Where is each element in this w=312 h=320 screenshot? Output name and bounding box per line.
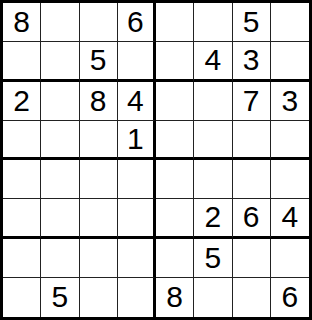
cell-r5c8[interactable] [271,160,309,199]
cell-r4c3[interactable] [80,121,118,160]
cell-r3c1[interactable]: 2 [3,82,41,121]
cell-r4c7[interactable] [233,121,271,160]
cell-r4c4[interactable]: 1 [118,121,156,160]
cell-r2c3[interactable]: 5 [80,42,118,81]
cell-r6c8[interactable]: 4 [271,199,309,238]
cell-r2c1[interactable] [3,42,41,81]
cell-r5c1[interactable] [3,160,41,199]
cell-r2c8[interactable] [271,42,309,81]
cell-r3c8[interactable]: 3 [271,82,309,121]
cell-r5c3[interactable] [80,160,118,199]
cell-r6c4[interactable] [118,199,156,238]
cell-r3c7[interactable]: 7 [233,82,271,121]
cell-r8c6[interactable] [194,278,232,317]
cell-r1c4[interactable]: 6 [118,3,156,42]
cell-r6c6[interactable]: 2 [194,199,232,238]
cell-r8c2[interactable]: 5 [41,278,79,317]
cell-r3c3[interactable]: 8 [80,82,118,121]
cell-r1c5[interactable] [156,3,194,42]
cell-r8c3[interactable] [80,278,118,317]
cell-r7c4[interactable] [118,239,156,278]
cell-r4c1[interactable] [3,121,41,160]
cell-r8c8[interactable]: 6 [271,278,309,317]
cell-r8c7[interactable] [233,278,271,317]
cell-r1c2[interactable] [41,3,79,42]
cell-r1c7[interactable]: 5 [233,3,271,42]
cell-r5c4[interactable] [118,160,156,199]
cell-r6c1[interactable] [3,199,41,238]
cell-r5c5[interactable] [156,160,194,199]
cell-r5c6[interactable] [194,160,232,199]
cell-r6c3[interactable] [80,199,118,238]
cell-r6c2[interactable] [41,199,79,238]
cell-r4c2[interactable] [41,121,79,160]
cell-r7c7[interactable] [233,239,271,278]
cell-r4c6[interactable] [194,121,232,160]
cell-r4c5[interactable] [156,121,194,160]
cell-r1c1[interactable]: 8 [3,3,41,42]
cell-r2c5[interactable] [156,42,194,81]
cell-r7c8[interactable] [271,239,309,278]
cell-r3c2[interactable] [41,82,79,121]
cell-r1c3[interactable] [80,3,118,42]
cell-r2c6[interactable]: 4 [194,42,232,81]
cell-r8c5[interactable]: 8 [156,278,194,317]
cell-r7c3[interactable] [80,239,118,278]
cell-r7c2[interactable] [41,239,79,278]
cell-r3c4[interactable]: 4 [118,82,156,121]
sudoku-board: 8655432847312645586 [0,0,312,320]
cell-r5c7[interactable] [233,160,271,199]
cell-r4c8[interactable] [271,121,309,160]
cell-r2c7[interactable]: 3 [233,42,271,81]
cell-r1c6[interactable] [194,3,232,42]
cell-r3c6[interactable] [194,82,232,121]
cell-r7c1[interactable] [3,239,41,278]
cell-r3c5[interactable] [156,82,194,121]
cell-r2c4[interactable] [118,42,156,81]
cell-r8c1[interactable] [3,278,41,317]
cell-r7c5[interactable] [156,239,194,278]
cell-r7c6[interactable]: 5 [194,239,232,278]
cell-r5c2[interactable] [41,160,79,199]
cell-r1c8[interactable] [271,3,309,42]
cell-r2c2[interactable] [41,42,79,81]
cell-r6c5[interactable] [156,199,194,238]
cell-r6c7[interactable]: 6 [233,199,271,238]
cell-r8c4[interactable] [118,278,156,317]
